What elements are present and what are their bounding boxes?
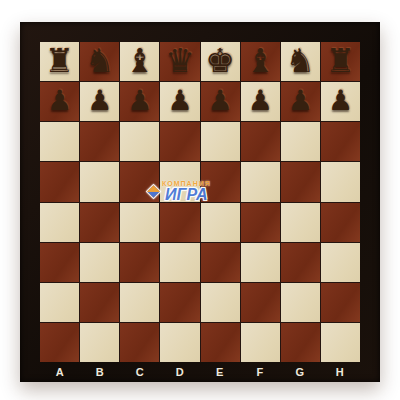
- square-c4: [120, 203, 159, 242]
- square-b3: [80, 243, 119, 282]
- square-d1: [160, 323, 199, 362]
- watermark-logo-icon: [146, 184, 162, 200]
- square-c8: ♝: [120, 42, 159, 81]
- square-d2: [160, 283, 199, 322]
- square-e2: [201, 283, 240, 322]
- square-f1: [241, 323, 280, 362]
- piece-black-knight: ♞: [85, 44, 115, 77]
- square-e1: [201, 323, 240, 362]
- piece-black-rook: ♜: [45, 44, 75, 77]
- square-f4: [241, 203, 280, 242]
- file-label-c: C: [120, 362, 160, 382]
- square-c6: [120, 122, 159, 161]
- square-c2: [120, 283, 159, 322]
- photo-canvas: ♜♞♝♛♚♝♞♜♟♟♟♟♟♟♟♟ ABCDEFGH КОМПАНИЯ ИГРА: [0, 0, 400, 400]
- piece-black-pawn: ♟: [248, 87, 273, 115]
- square-b2: [80, 283, 119, 322]
- file-label-f: F: [240, 362, 280, 382]
- square-b7: ♟: [80, 82, 119, 121]
- square-f3: [241, 243, 280, 282]
- square-a5: [40, 162, 79, 201]
- file-label-b: B: [80, 362, 120, 382]
- square-h4: [321, 203, 360, 242]
- square-f5: [241, 162, 280, 201]
- piece-black-pawn: ♟: [87, 87, 112, 115]
- square-h6: [321, 122, 360, 161]
- piece-black-queen: ♛: [165, 44, 195, 77]
- square-f2: [241, 283, 280, 322]
- piece-black-pawn: ♟: [167, 87, 192, 115]
- square-a2: [40, 283, 79, 322]
- piece-black-pawn: ♟: [47, 87, 72, 115]
- square-c3: [120, 243, 159, 282]
- square-b8: ♞: [80, 42, 119, 81]
- square-e4: [201, 203, 240, 242]
- square-a4: [40, 203, 79, 242]
- square-e7: ♟: [201, 82, 240, 121]
- square-g8: ♞: [281, 42, 320, 81]
- square-a7: ♟: [40, 82, 79, 121]
- square-c7: ♟: [120, 82, 159, 121]
- piece-black-bishop: ♝: [125, 44, 155, 77]
- square-h3: [321, 243, 360, 282]
- file-label-h: H: [320, 362, 360, 382]
- square-e8: ♚: [201, 42, 240, 81]
- piece-black-knight: ♞: [286, 44, 316, 77]
- file-label-a: A: [40, 362, 80, 382]
- square-h1: [321, 323, 360, 362]
- square-b5: [80, 162, 119, 201]
- piece-black-king: ♚: [205, 44, 235, 77]
- square-d7: ♟: [160, 82, 199, 121]
- square-a1: [40, 323, 79, 362]
- square-h8: ♜: [321, 42, 360, 81]
- square-a6: [40, 122, 79, 161]
- square-g3: [281, 243, 320, 282]
- piece-black-pawn: ♟: [328, 87, 353, 115]
- piece-black-rook: ♜: [326, 44, 356, 77]
- square-g7: ♟: [281, 82, 320, 121]
- square-b4: [80, 203, 119, 242]
- square-g1: [281, 323, 320, 362]
- square-a3: [40, 243, 79, 282]
- square-e3: [201, 243, 240, 282]
- piece-black-pawn: ♟: [208, 87, 233, 115]
- watermark: КОМПАНИЯ ИГРА: [148, 180, 211, 203]
- watermark-brand-text: ИГРА: [165, 187, 208, 203]
- square-h5: [321, 162, 360, 201]
- square-c1: [120, 323, 159, 362]
- piece-black-bishop: ♝: [245, 44, 275, 77]
- file-label-d: D: [160, 362, 200, 382]
- file-label-e: E: [200, 362, 240, 382]
- square-b6: [80, 122, 119, 161]
- square-f8: ♝: [241, 42, 280, 81]
- square-e6: [201, 122, 240, 161]
- file-label-g: G: [280, 362, 320, 382]
- square-h2: [321, 283, 360, 322]
- square-g2: [281, 283, 320, 322]
- watermark-texts: КОМПАНИЯ ИГРА: [162, 180, 211, 203]
- square-g6: [281, 122, 320, 161]
- square-d8: ♛: [160, 42, 199, 81]
- square-d3: [160, 243, 199, 282]
- square-d4: [160, 203, 199, 242]
- square-h7: ♟: [321, 82, 360, 121]
- square-g4: [281, 203, 320, 242]
- square-f7: ♟: [241, 82, 280, 121]
- square-f6: [241, 122, 280, 161]
- square-b1: [80, 323, 119, 362]
- square-a8: ♜: [40, 42, 79, 81]
- square-d6: [160, 122, 199, 161]
- piece-black-pawn: ♟: [127, 87, 152, 115]
- square-g5: [281, 162, 320, 201]
- piece-black-pawn: ♟: [288, 87, 313, 115]
- file-labels: ABCDEFGH: [40, 362, 360, 382]
